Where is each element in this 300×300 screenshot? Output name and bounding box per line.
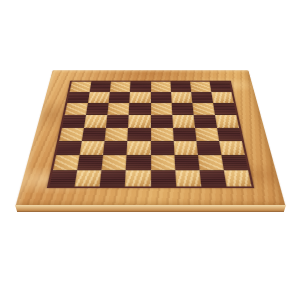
square-h2 xyxy=(221,155,248,170)
square-b2 xyxy=(77,155,103,170)
square-d5 xyxy=(128,115,150,128)
square-g6 xyxy=(192,103,215,115)
square-d3 xyxy=(127,141,151,155)
square-f7 xyxy=(171,92,192,103)
square-b4 xyxy=(82,128,106,141)
square-c4 xyxy=(105,128,129,141)
square-g2 xyxy=(198,155,224,170)
square-d8 xyxy=(130,82,150,93)
square-e1 xyxy=(151,170,176,186)
board-pinstripe-border xyxy=(47,81,254,188)
square-b6 xyxy=(86,103,109,115)
square-g1 xyxy=(199,170,226,186)
square-h1 xyxy=(224,170,252,186)
square-a3 xyxy=(56,141,82,155)
square-h6 xyxy=(213,103,236,115)
square-a7 xyxy=(67,92,90,103)
square-h3 xyxy=(219,141,245,155)
square-b7 xyxy=(88,92,110,103)
square-f4 xyxy=(173,128,197,141)
square-b3 xyxy=(80,141,105,155)
square-d1 xyxy=(125,170,150,186)
square-d4 xyxy=(128,128,151,141)
square-b5 xyxy=(84,115,107,128)
square-h8 xyxy=(210,82,232,93)
square-f5 xyxy=(172,115,195,128)
chess-board-grid xyxy=(49,82,251,187)
square-e6 xyxy=(151,103,172,115)
square-e3 xyxy=(151,141,175,155)
square-a5 xyxy=(62,115,86,128)
square-f8 xyxy=(170,82,191,93)
square-c5 xyxy=(106,115,129,128)
square-e8 xyxy=(151,82,171,93)
square-e7 xyxy=(151,92,172,103)
square-c1 xyxy=(100,170,126,186)
square-a4 xyxy=(59,128,84,141)
square-a1 xyxy=(49,170,77,186)
square-c6 xyxy=(108,103,130,115)
square-g3 xyxy=(196,141,221,155)
square-b8 xyxy=(90,82,111,93)
square-e2 xyxy=(151,155,175,170)
square-a8 xyxy=(70,82,92,93)
square-b1 xyxy=(75,170,102,186)
square-a6 xyxy=(65,103,88,115)
board-3d-scene xyxy=(15,70,285,206)
square-c2 xyxy=(102,155,127,170)
square-a2 xyxy=(53,155,80,170)
square-g4 xyxy=(195,128,219,141)
product-photo-stage xyxy=(0,0,300,300)
square-f6 xyxy=(171,103,193,115)
square-f1 xyxy=(175,170,201,186)
square-e4 xyxy=(151,128,174,141)
square-g8 xyxy=(190,82,211,93)
square-c3 xyxy=(103,141,127,155)
square-f3 xyxy=(173,141,197,155)
square-d2 xyxy=(126,155,150,170)
square-g5 xyxy=(193,115,216,128)
square-g7 xyxy=(191,92,213,103)
square-e5 xyxy=(151,115,173,128)
square-h7 xyxy=(211,92,234,103)
square-d7 xyxy=(130,92,151,103)
square-d6 xyxy=(129,103,150,115)
square-h4 xyxy=(217,128,242,141)
board-front-edge xyxy=(15,205,286,212)
square-c7 xyxy=(109,92,130,103)
square-f2 xyxy=(174,155,199,170)
square-h5 xyxy=(215,115,239,128)
chess-board-frame xyxy=(15,70,285,206)
square-c8 xyxy=(110,82,131,93)
